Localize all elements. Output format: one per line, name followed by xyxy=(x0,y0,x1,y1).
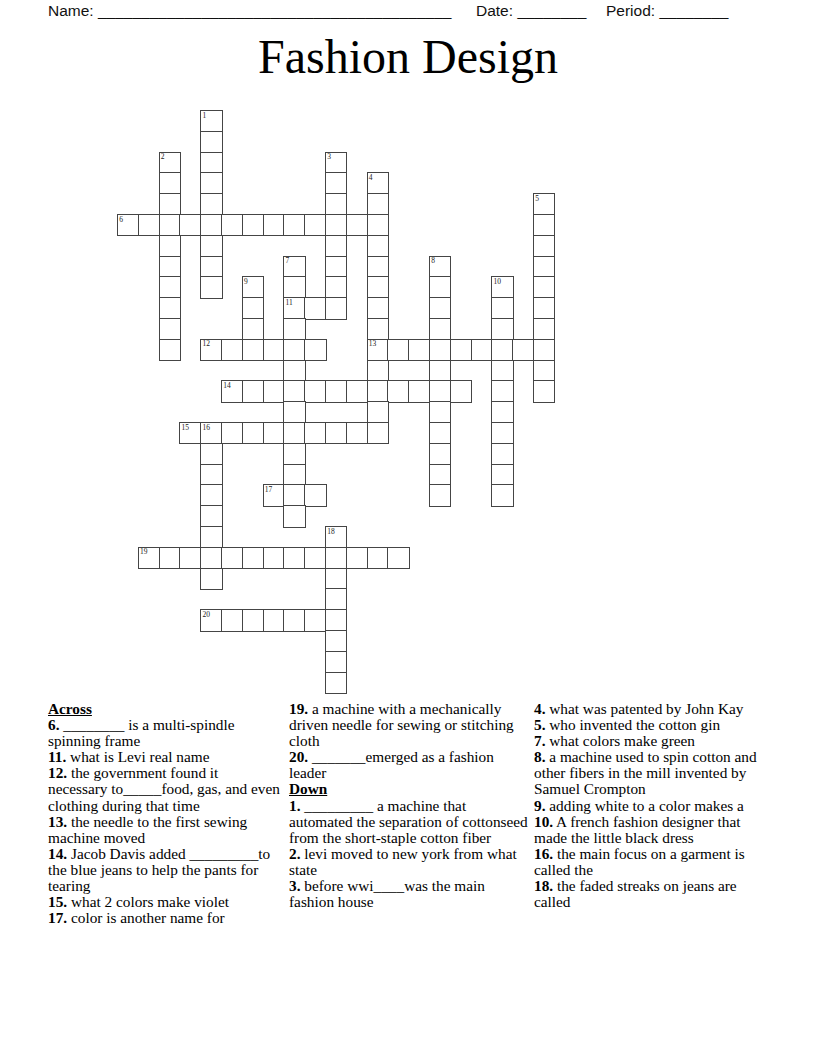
grid-cell[interactable] xyxy=(304,380,326,402)
grid-cell[interactable] xyxy=(367,276,389,298)
grid-cell[interactable] xyxy=(325,422,347,444)
grid-cell[interactable] xyxy=(200,172,222,194)
clue-column-3: 4. what was patented by John Kay5. who i… xyxy=(534,701,774,910)
grid-cell[interactable] xyxy=(263,609,285,631)
clue-down-1: 1. _________ a machine that automated th… xyxy=(289,798,532,846)
grid-cell[interactable] xyxy=(367,297,389,319)
clue-number: 10. xyxy=(534,813,553,830)
clue-down-7: 7. what colors make green xyxy=(534,733,774,749)
grid-cell[interactable] xyxy=(283,214,305,236)
grid-cell[interactable] xyxy=(387,380,409,402)
grid-cell[interactable] xyxy=(367,214,389,236)
date-label: Date: xyxy=(476,2,513,19)
grid-cell[interactable] xyxy=(159,235,181,257)
grid-cell[interactable] xyxy=(325,630,347,652)
clue-number-label: 11 xyxy=(286,299,293,307)
clue-number: 3. xyxy=(289,877,300,894)
clue-number-label: 10 xyxy=(494,278,502,286)
clue-number-label: 6 xyxy=(119,216,123,224)
grid-cell[interactable] xyxy=(387,547,409,569)
grid-cell[interactable] xyxy=(533,339,555,361)
clue-number-label: 9 xyxy=(244,278,248,286)
grid-cell[interactable] xyxy=(221,547,243,569)
grid-cell[interactable] xyxy=(242,318,264,340)
grid-cell[interactable] xyxy=(200,152,222,174)
grid-cell[interactable] xyxy=(429,339,451,361)
clue-number-label: 5 xyxy=(535,195,539,203)
grid-cell[interactable] xyxy=(491,401,513,423)
grid-cell[interactable] xyxy=(304,339,326,361)
grid-cell[interactable] xyxy=(159,172,181,194)
clue-number-label: 8 xyxy=(431,257,435,265)
name-field: Name: __________________________________… xyxy=(48,2,451,20)
across-heading: Across xyxy=(48,701,281,717)
grid-cell[interactable] xyxy=(429,297,451,319)
clue-down-9: 9. adding white to a color makes a xyxy=(534,798,774,814)
clue-across-15: 15. what 2 colors make violet xyxy=(48,894,281,910)
grid-cell[interactable] xyxy=(263,214,285,236)
grid-cell[interactable] xyxy=(283,339,305,361)
clue-across-13: 13. the needle to the first sewing machi… xyxy=(48,814,281,846)
clue-number-label: 3 xyxy=(327,153,331,161)
grid-cell[interactable] xyxy=(533,360,555,382)
grid-cell[interactable] xyxy=(283,484,305,506)
grid-cell[interactable] xyxy=(325,256,347,278)
grid-cell[interactable] xyxy=(242,609,264,631)
worksheet-page: Name: __________________________________… xyxy=(0,0,816,1056)
grid-cell[interactable] xyxy=(159,318,181,340)
name-label: Name: xyxy=(48,2,94,19)
grid-cell[interactable] xyxy=(200,131,222,153)
grid-cell[interactable] xyxy=(283,547,305,569)
grid-cell[interactable] xyxy=(367,193,389,215)
grid-cell[interactable] xyxy=(200,443,222,465)
clue-column-2: 19. a machine with a mechanically driven… xyxy=(289,701,532,910)
grid-cell[interactable] xyxy=(179,214,201,236)
grid-cell[interactable] xyxy=(429,464,451,486)
grid-cell[interactable] xyxy=(491,360,513,382)
date-blank-line: ________ xyxy=(517,2,586,19)
grid-cell[interactable] xyxy=(221,422,243,444)
clue-down-5: 5. who invented the cotton gin xyxy=(534,717,774,733)
grid-cell[interactable] xyxy=(263,422,285,444)
grid-cell[interactable] xyxy=(491,443,513,465)
grid-cell[interactable] xyxy=(283,276,305,298)
grid-cell[interactable] xyxy=(304,547,326,569)
grid-cell[interactable] xyxy=(221,339,243,361)
grid-cell[interactable] xyxy=(200,276,222,298)
grid-cell[interactable] xyxy=(367,401,389,423)
grid-cell[interactable] xyxy=(159,256,181,278)
grid-cell[interactable] xyxy=(242,380,264,402)
clue-down-4: 4. what was patented by John Kay xyxy=(534,701,774,717)
grid-cell[interactable] xyxy=(242,214,264,236)
grid-cell[interactable] xyxy=(533,276,555,298)
grid-cell[interactable] xyxy=(491,484,513,506)
grid-cell[interactable] xyxy=(325,609,347,631)
grid-cell[interactable] xyxy=(263,339,285,361)
grid-cell[interactable] xyxy=(200,484,222,506)
clue-number-label: 2 xyxy=(161,153,165,161)
date-field: Date: ________ xyxy=(476,2,586,20)
clue-number: 11. xyxy=(48,748,66,765)
clue-number: 19. xyxy=(289,700,308,717)
grid-cell[interactable] xyxy=(533,214,555,236)
clue-down-10: 10. A french fashion designer that made … xyxy=(534,814,774,846)
clue-number-label: 13 xyxy=(369,340,377,348)
clue-number-label: 1 xyxy=(202,112,206,120)
grid-cell[interactable] xyxy=(283,380,305,402)
grid-cell[interactable] xyxy=(304,484,326,506)
grid-cell[interactable] xyxy=(346,422,368,444)
clue-number-label: 20 xyxy=(202,611,210,619)
grid-cell[interactable] xyxy=(325,193,347,215)
grid-cell[interactable] xyxy=(533,235,555,257)
grid-cell[interactable] xyxy=(159,214,181,236)
grid-cell[interactable] xyxy=(221,214,243,236)
grid-cell[interactable] xyxy=(533,256,555,278)
grid-cell[interactable] xyxy=(159,547,181,569)
grid-cell[interactable] xyxy=(408,380,430,402)
clue-number: 12. xyxy=(48,764,67,781)
grid-cell[interactable] xyxy=(325,235,347,257)
grid-cell[interactable] xyxy=(429,484,451,506)
grid-cell[interactable] xyxy=(304,214,326,236)
clue-number-label: 12 xyxy=(202,340,210,348)
grid-cell[interactable] xyxy=(367,547,389,569)
clue-number-label: 4 xyxy=(369,174,373,182)
grid-cell[interactable] xyxy=(346,547,368,569)
grid-cell[interactable] xyxy=(263,380,285,402)
clue-down-2: 2. levi moved to new york from what stat… xyxy=(289,846,532,878)
grid-cell[interactable] xyxy=(200,214,222,236)
clue-number: 20. xyxy=(289,748,308,765)
grid-cell[interactable] xyxy=(450,339,472,361)
grid-cell[interactable] xyxy=(159,193,181,215)
grid-cell[interactable] xyxy=(283,360,305,382)
grid-cell[interactable] xyxy=(429,380,451,402)
clue-number: 4. xyxy=(534,700,545,717)
grid-cell[interactable] xyxy=(263,547,285,569)
grid-cell[interactable] xyxy=(283,443,305,465)
clue-number: 18. xyxy=(534,877,553,894)
grid-cell[interactable] xyxy=(283,318,305,340)
grid-cell[interactable] xyxy=(159,339,181,361)
grid-cell[interactable] xyxy=(200,464,222,486)
clue-across-6: 6. ________ is a multi-spindle spinning … xyxy=(48,717,281,749)
grid-cell[interactable] xyxy=(325,172,347,194)
grid-cell[interactable] xyxy=(325,547,347,569)
grid-cell[interactable] xyxy=(283,505,305,527)
clue-number: 8. xyxy=(534,748,545,765)
grid-cell[interactable] xyxy=(159,297,181,319)
grid-cell[interactable] xyxy=(304,297,326,319)
grid-cell[interactable] xyxy=(283,422,305,444)
clue-across-14: 14. Jacob Davis added _________to the bl… xyxy=(48,846,281,894)
grid-cell[interactable] xyxy=(242,297,264,319)
clue-number-label: 16 xyxy=(202,424,210,432)
grid-cell[interactable] xyxy=(200,547,222,569)
grid-cell[interactable] xyxy=(533,318,555,340)
clue-across-20: 20. _______emerged as a fashion leader xyxy=(289,749,532,781)
grid-cell[interactable] xyxy=(200,193,222,215)
grid-cell[interactable] xyxy=(387,339,409,361)
grid-cell[interactable] xyxy=(283,609,305,631)
clue-column-1: Across6. ________ is a multi-spindle spi… xyxy=(48,701,281,926)
clue-number: 16. xyxy=(534,845,553,862)
clue-down-3: 3. before wwi____was the main fashion ho… xyxy=(289,878,532,910)
clue-number: 15. xyxy=(48,893,67,910)
grid-cell[interactable] xyxy=(346,214,368,236)
grid-cell[interactable] xyxy=(325,297,347,319)
clue-number-label: 15 xyxy=(182,424,190,432)
grid-cell[interactable] xyxy=(471,339,493,361)
grid-cell[interactable] xyxy=(325,214,347,236)
grid-cell[interactable] xyxy=(512,339,534,361)
grid-cell[interactable] xyxy=(491,380,513,402)
grid-cell[interactable] xyxy=(283,401,305,423)
clue-number: 17. xyxy=(48,909,67,926)
clue-number-label: 7 xyxy=(286,257,290,265)
grid-cell[interactable] xyxy=(429,276,451,298)
name-blank-line: ________________________________________… xyxy=(98,2,451,19)
clue-across-19: 19. a machine with a mechanically driven… xyxy=(289,701,532,749)
grid-cell[interactable] xyxy=(325,380,347,402)
clue-number-label: 18 xyxy=(327,528,335,536)
grid-cell[interactable] xyxy=(491,422,513,444)
grid-cell[interactable] xyxy=(325,588,347,610)
grid-cell[interactable] xyxy=(346,380,368,402)
grid-cell[interactable] xyxy=(325,672,347,694)
clue-across-17: 17. color is another name for xyxy=(48,910,281,926)
grid-cell[interactable] xyxy=(200,505,222,527)
clue-down-8: 8. a machine used to spin cotton and oth… xyxy=(534,749,774,797)
grid-cell[interactable] xyxy=(491,297,513,319)
clue-number: 9. xyxy=(534,797,545,814)
clue-number: 5. xyxy=(534,716,545,733)
clue-number: 7. xyxy=(534,732,545,749)
grid-cell[interactable] xyxy=(325,276,347,298)
down-heading: Down xyxy=(289,781,532,797)
grid-cell[interactable] xyxy=(179,547,201,569)
grid-cell[interactable] xyxy=(304,609,326,631)
grid-cell[interactable] xyxy=(242,422,264,444)
clue-across-11: 11. what is Levi real name xyxy=(48,749,281,765)
clue-number-label: 19 xyxy=(140,548,148,556)
grid-cell[interactable] xyxy=(367,422,389,444)
grid-cell[interactable] xyxy=(200,235,222,257)
clue-across-12: 12. the government found it necessary to… xyxy=(48,765,281,813)
grid-cell[interactable] xyxy=(429,422,451,444)
grid-cell[interactable] xyxy=(367,360,389,382)
clue-down-18: 18. the faded streaks on jeans are calle… xyxy=(534,878,774,910)
period-field: Period: ________ xyxy=(606,2,728,20)
grid-cell[interactable] xyxy=(200,256,222,278)
grid-cell[interactable] xyxy=(242,339,264,361)
grid-cell[interactable] xyxy=(367,318,389,340)
grid-cell[interactable] xyxy=(242,547,264,569)
grid-cell[interactable] xyxy=(491,339,513,361)
crossword-grid: 1234567891011121314151617181920 xyxy=(117,110,555,694)
grid-cell[interactable] xyxy=(138,214,160,236)
puzzle-title: Fashion Design xyxy=(0,31,816,83)
grid-cell[interactable] xyxy=(429,318,451,340)
grid-cell[interactable] xyxy=(429,443,451,465)
clue-down-16: 16. the main focus on a garment is calle… xyxy=(534,846,774,878)
grid-cell[interactable] xyxy=(367,256,389,278)
grid-cell[interactable] xyxy=(304,422,326,444)
grid-cell[interactable] xyxy=(533,297,555,319)
grid-cell[interactable] xyxy=(450,380,472,402)
grid-cell[interactable] xyxy=(429,360,451,382)
grid-cell[interactable] xyxy=(325,568,347,590)
grid-cell[interactable] xyxy=(367,235,389,257)
grid-cell[interactable] xyxy=(200,526,222,548)
grid-cell[interactable] xyxy=(491,318,513,340)
clue-number: 14. xyxy=(48,845,67,862)
period-blank-line: ________ xyxy=(659,2,728,19)
grid-cell[interactable] xyxy=(367,380,389,402)
clue-number: 6. xyxy=(48,716,59,733)
grid-cell[interactable] xyxy=(283,464,305,486)
clue-number: 1. xyxy=(289,797,300,814)
clue-number: 2. xyxy=(289,845,300,862)
grid-cell[interactable] xyxy=(200,568,222,590)
grid-cell[interactable] xyxy=(408,339,430,361)
clue-number-label: 17 xyxy=(265,486,273,494)
grid-cell[interactable] xyxy=(491,464,513,486)
grid-cell[interactable] xyxy=(221,609,243,631)
clue-number: 13. xyxy=(48,813,67,830)
grid-cell[interactable] xyxy=(429,401,451,423)
period-label: Period: xyxy=(606,2,655,19)
clue-number-label: 14 xyxy=(223,382,231,390)
grid-cell[interactable] xyxy=(159,276,181,298)
grid-cell[interactable] xyxy=(325,651,347,673)
grid-cell[interactable] xyxy=(533,380,555,402)
